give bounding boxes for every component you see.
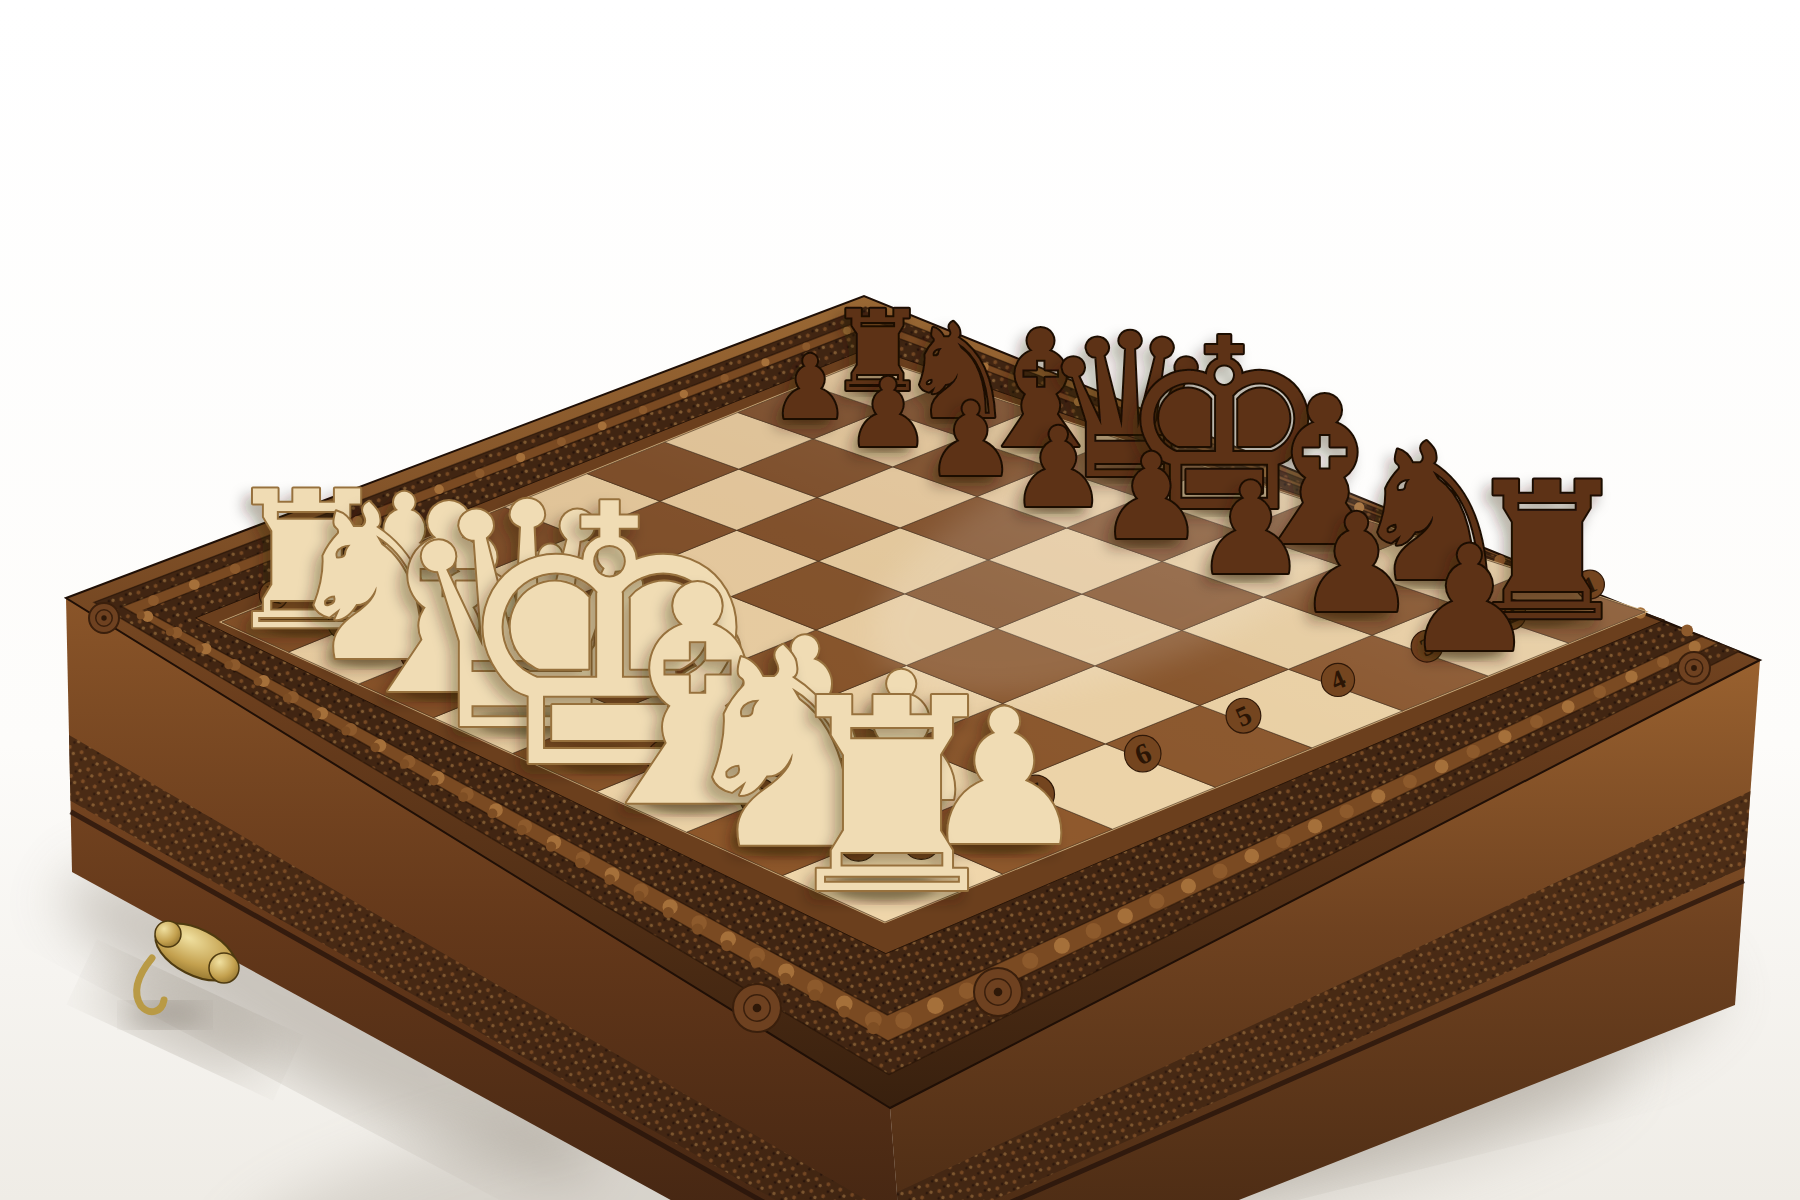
rope-bead (1593, 685, 1606, 698)
rope-bead (680, 390, 688, 398)
rope-bead (1117, 908, 1133, 924)
rope-bead (195, 644, 203, 652)
rope-bead (1181, 878, 1196, 893)
rank-tab-4: 4 (1321, 663, 1354, 696)
rope-bead (1467, 745, 1480, 758)
rope-bead (959, 982, 976, 999)
rope-bead (166, 628, 174, 636)
latch-knob (155, 921, 181, 947)
rope-bead (721, 374, 729, 382)
rope-bead (692, 924, 703, 935)
piece-glyph: ♟ (1009, 404, 1108, 532)
rope-bead (1562, 700, 1575, 713)
rope-bead (1086, 923, 1102, 939)
rope-bead (1681, 625, 1693, 637)
rope-bead (721, 940, 732, 951)
rope-bead (809, 989, 821, 1001)
rope-bead (148, 595, 159, 606)
piece-dark-pawn-e2: ♟ (1009, 404, 1108, 532)
piece-glyph: ♜ (772, 642, 1011, 953)
rope-bead (927, 997, 944, 1014)
latch-knob (209, 953, 239, 983)
rope-bead (639, 406, 648, 415)
border-rosette (89, 603, 119, 633)
chess-set-photo: ABCDEFGH87654321♜♞♟♟♝♟♛♟♚♟♝♟♞♟♟♟♜♜♟♟♞♟♝♟… (0, 0, 1800, 1200)
piece-glyph: ♟ (1099, 428, 1205, 566)
rope-bead (1435, 760, 1449, 774)
piece-dark-pawn-c2: ♟ (1194, 455, 1308, 603)
border-rosette (733, 984, 781, 1032)
photo-stage: ABCDEFGH87654321♜♞♟♟♝♟♛♟♚♟♝♟♞♟♟♟♜♜♟♟♞♟♝♟… (0, 0, 1800, 1200)
rank-tab-6: 6 (1124, 735, 1161, 772)
rope-bead (1022, 953, 1038, 969)
rope-bead (1625, 670, 1637, 682)
rope-bead (1054, 938, 1070, 954)
piece-dark-pawn-b2: ♟ (1295, 485, 1417, 643)
rope-bead (1276, 834, 1291, 849)
rope-bead (189, 579, 200, 590)
piece-glyph: ♟ (1295, 485, 1417, 643)
rope-bead (634, 891, 645, 902)
rope-bead (1403, 774, 1417, 788)
rank-tab-5: 5 (1226, 698, 1261, 733)
rope-bead (838, 1006, 850, 1018)
border-rosette (974, 968, 1022, 1016)
piece-glyph: ♟ (846, 358, 931, 468)
rope-bead (780, 973, 792, 985)
rope-bead (137, 611, 145, 619)
piece-glyph: ♟ (1194, 455, 1308, 603)
rope-bead (1149, 893, 1164, 908)
rope-bead (750, 956, 761, 967)
rope-bead (1244, 849, 1259, 864)
piece-dark-pawn-g2: ♟ (846, 358, 931, 468)
rope-bead (1340, 804, 1354, 818)
piece-white-rook-a8: ♜ (772, 642, 1011, 953)
piece-dark-pawn-a2: ♟ (1404, 514, 1535, 684)
rope-bead (604, 874, 615, 885)
rope-bead (1371, 789, 1385, 803)
rope-bead (895, 1012, 912, 1029)
piece-dark-pawn-h2: ♟ (771, 336, 850, 439)
piece-dark-pawn-d2: ♟ (1099, 428, 1205, 566)
piece-dark-pawn-f2: ♟ (925, 380, 1016, 499)
border-rosette (1678, 652, 1710, 684)
rope-bead (1213, 864, 1228, 879)
rope-bead (1530, 715, 1543, 728)
piece-glyph: ♟ (771, 336, 850, 439)
rope-bead (1657, 656, 1669, 668)
rope-bead (1308, 819, 1322, 833)
rope-bead (1498, 730, 1511, 743)
piece-glyph: ♟ (925, 380, 1016, 499)
rope-bead (254, 677, 263, 686)
rope-bead (761, 358, 769, 366)
rope-bead (312, 710, 321, 719)
rope-bead (867, 1022, 879, 1034)
piece-glyph: ♟ (1404, 514, 1535, 684)
